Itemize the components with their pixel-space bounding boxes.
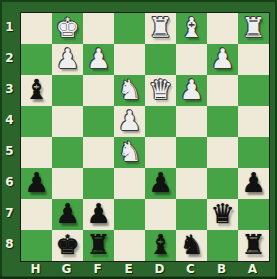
square-a3[interactable] (238, 75, 269, 106)
white-bishop-icon[interactable]: ♝ (179, 14, 203, 41)
square-e7[interactable] (114, 199, 145, 230)
rank-label-2: 2 (0, 43, 19, 74)
square-e4[interactable]: ♟ (114, 106, 145, 137)
rank-label-6: 6 (0, 167, 19, 198)
white-knight-icon[interactable]: ♞ (117, 138, 141, 165)
square-c3[interactable]: ♟ (176, 75, 207, 106)
square-b2[interactable]: ♟ (207, 44, 238, 75)
file-label-g: G (51, 260, 82, 278)
black-rook-icon[interactable]: ♜ (241, 231, 265, 258)
white-pawn-icon[interactable]: ♟ (179, 76, 203, 103)
square-h3[interactable]: ♝ (21, 75, 52, 106)
square-d5[interactable] (145, 137, 176, 168)
square-a8[interactable]: ♜ (238, 230, 269, 261)
file-label-c: C (175, 260, 206, 278)
square-a7[interactable] (238, 199, 269, 230)
square-c8[interactable]: ♞ (176, 230, 207, 261)
square-b1[interactable] (207, 13, 238, 44)
white-rook-icon[interactable]: ♜ (241, 14, 265, 41)
square-h8[interactable] (21, 230, 52, 261)
square-h6[interactable]: ♟ (21, 168, 52, 199)
black-pawn-icon[interactable]: ♟ (148, 169, 172, 196)
square-h5[interactable] (21, 137, 52, 168)
square-g6[interactable] (52, 168, 83, 199)
rank-label-8: 8 (0, 229, 19, 260)
rank-label-1: 1 (0, 12, 19, 43)
black-bishop-icon[interactable]: ♝ (24, 76, 48, 103)
square-d8[interactable]: ♝ (145, 230, 176, 261)
rank-label-7: 7 (0, 198, 19, 229)
rank-label-4: 4 (0, 105, 19, 136)
square-g5[interactable] (52, 137, 83, 168)
chess-board-frame: ♚♜♝♜♟♟♟♝♞♛♟♟♞♟♟♟♟♟♛♚♜♝♞♜ 12345678 HGFEDC… (0, 0, 277, 279)
square-b3[interactable] (207, 75, 238, 106)
square-c1[interactable]: ♝ (176, 13, 207, 44)
square-g2[interactable]: ♟ (52, 44, 83, 75)
white-king-icon[interactable]: ♚ (55, 14, 79, 41)
square-a2[interactable] (238, 44, 269, 75)
white-pawn-icon[interactable]: ♟ (55, 45, 79, 72)
square-d6[interactable]: ♟ (145, 168, 176, 199)
square-h2[interactable] (21, 44, 52, 75)
square-f5[interactable] (83, 137, 114, 168)
square-f6[interactable] (83, 168, 114, 199)
black-knight-icon[interactable]: ♞ (179, 231, 203, 258)
square-e8[interactable] (114, 230, 145, 261)
square-f3[interactable] (83, 75, 114, 106)
white-queen-icon[interactable]: ♛ (148, 76, 172, 103)
file-label-d: D (144, 260, 175, 278)
square-c5[interactable] (176, 137, 207, 168)
square-b7[interactable]: ♛ (207, 199, 238, 230)
square-f1[interactable] (83, 13, 114, 44)
square-a4[interactable] (238, 106, 269, 137)
square-h7[interactable] (21, 199, 52, 230)
square-b8[interactable] (207, 230, 238, 261)
rank-label-5: 5 (0, 136, 19, 167)
file-label-h: H (20, 260, 51, 278)
chess-board: ♚♜♝♜♟♟♟♝♞♛♟♟♞♟♟♟♟♟♛♚♜♝♞♜ (20, 12, 270, 262)
square-c2[interactable] (176, 44, 207, 75)
square-g3[interactable] (52, 75, 83, 106)
white-pawn-icon[interactable]: ♟ (117, 107, 141, 134)
file-label-f: F (82, 260, 113, 278)
rank-label-3: 3 (0, 74, 19, 105)
square-a6[interactable]: ♟ (238, 168, 269, 199)
square-a5[interactable] (238, 137, 269, 168)
square-h1[interactable] (21, 13, 52, 44)
square-g1[interactable]: ♚ (52, 13, 83, 44)
file-label-b: B (206, 260, 237, 278)
square-g8[interactable]: ♚ (52, 230, 83, 261)
square-d4[interactable] (145, 106, 176, 137)
black-queen-icon[interactable]: ♛ (210, 200, 234, 227)
square-b6[interactable] (207, 168, 238, 199)
square-e5[interactable]: ♞ (114, 137, 145, 168)
black-bishop-icon[interactable]: ♝ (148, 231, 172, 258)
square-e2[interactable] (114, 44, 145, 75)
square-f2[interactable]: ♟ (83, 44, 114, 75)
square-d7[interactable] (145, 199, 176, 230)
square-d1[interactable]: ♜ (145, 13, 176, 44)
square-b5[interactable] (207, 137, 238, 168)
file-label-a: A (237, 260, 268, 278)
white-pawn-icon[interactable]: ♟ (210, 45, 234, 72)
square-d2[interactable] (145, 44, 176, 75)
square-a1[interactable]: ♜ (238, 13, 269, 44)
square-e3[interactable]: ♞ (114, 75, 145, 106)
white-pawn-icon[interactable]: ♟ (86, 45, 110, 72)
square-g7[interactable]: ♟ (52, 199, 83, 230)
white-knight-icon[interactable]: ♞ (117, 76, 141, 103)
square-c6[interactable] (176, 168, 207, 199)
square-f4[interactable] (83, 106, 114, 137)
square-e1[interactable] (114, 13, 145, 44)
square-c7[interactable] (176, 199, 207, 230)
black-rook-icon[interactable]: ♜ (86, 231, 110, 258)
square-e6[interactable] (114, 168, 145, 199)
square-f7[interactable]: ♟ (83, 199, 114, 230)
square-g4[interactable] (52, 106, 83, 137)
white-rook-icon[interactable]: ♜ (148, 14, 172, 41)
square-f8[interactable]: ♜ (83, 230, 114, 261)
black-king-icon[interactable]: ♚ (55, 231, 79, 258)
square-c4[interactable] (176, 106, 207, 137)
file-label-e: E (113, 260, 144, 278)
square-b4[interactable] (207, 106, 238, 137)
black-pawn-icon[interactable]: ♟ (241, 169, 265, 196)
black-pawn-icon[interactable]: ♟ (86, 200, 110, 227)
black-pawn-icon[interactable]: ♟ (55, 200, 79, 227)
square-h4[interactable] (21, 106, 52, 137)
black-pawn-icon[interactable]: ♟ (24, 169, 48, 196)
square-d3[interactable]: ♛ (145, 75, 176, 106)
